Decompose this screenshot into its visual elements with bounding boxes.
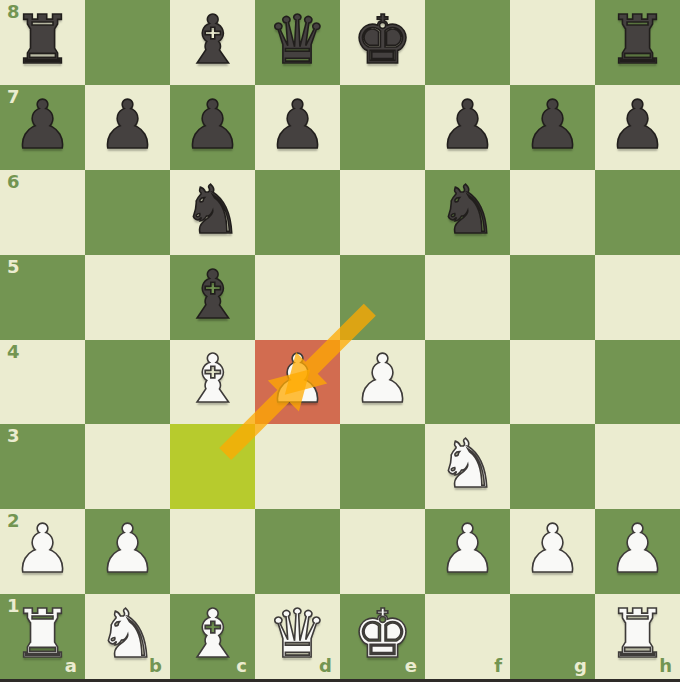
square-e8[interactable]: ♚	[340, 0, 425, 85]
rank-label-5: 5	[7, 258, 20, 276]
piece-white-rook[interactable]: ♜	[607, 601, 667, 668]
piece-white-rook[interactable]: ♜	[12, 601, 72, 668]
square-h2[interactable]: ♟	[595, 509, 680, 594]
square-g5[interactable]	[510, 255, 595, 340]
square-f7[interactable]: ♟	[425, 85, 510, 170]
square-c4[interactable]: ♝	[170, 340, 255, 425]
square-g3[interactable]	[510, 424, 595, 509]
square-a2[interactable]: 2♟	[0, 509, 85, 594]
piece-white-king[interactable]: ♚	[352, 601, 412, 668]
square-d5[interactable]	[255, 255, 340, 340]
piece-black-bishop[interactable]: ♝	[182, 7, 242, 74]
file-label-f: f	[494, 657, 502, 675]
piece-white-pawn[interactable]: ♟	[437, 516, 497, 583]
square-e1[interactable]: e♚	[340, 594, 425, 679]
piece-black-king[interactable]: ♚	[352, 7, 412, 74]
square-b6[interactable]	[85, 170, 170, 255]
piece-white-knight[interactable]: ♞	[97, 601, 157, 668]
square-c8[interactable]: ♝	[170, 0, 255, 85]
piece-black-knight[interactable]: ♞	[182, 177, 242, 244]
square-b5[interactable]	[85, 255, 170, 340]
square-h3[interactable]	[595, 424, 680, 509]
chessboard: 8♜♝♛♚♜7♟♟♟♟♟♟♟6♞♞5♝4♝♟♟3♞2♟♟♟♟♟1a♜b♞c♝d♛…	[0, 0, 680, 679]
square-c1[interactable]: c♝	[170, 594, 255, 679]
square-a5[interactable]: 5	[0, 255, 85, 340]
piece-black-pawn[interactable]: ♟	[12, 92, 72, 159]
square-e7[interactable]	[340, 85, 425, 170]
piece-black-pawn[interactable]: ♟	[97, 92, 157, 159]
file-label-g: g	[574, 657, 587, 675]
square-c6[interactable]: ♞	[170, 170, 255, 255]
piece-white-bishop[interactable]: ♝	[182, 601, 242, 668]
square-g8[interactable]	[510, 0, 595, 85]
square-g2[interactable]: ♟	[510, 509, 595, 594]
square-g1[interactable]: g	[510, 594, 595, 679]
square-d2[interactable]	[255, 509, 340, 594]
square-b4[interactable]	[85, 340, 170, 425]
rank-label-4: 4	[7, 343, 20, 361]
piece-white-pawn[interactable]: ♟	[97, 516, 157, 583]
piece-black-pawn[interactable]: ♟	[522, 92, 582, 159]
piece-black-queen[interactable]: ♛	[267, 7, 327, 74]
piece-black-pawn[interactable]: ♟	[437, 92, 497, 159]
square-d7[interactable]: ♟	[255, 85, 340, 170]
square-b7[interactable]: ♟	[85, 85, 170, 170]
square-c5[interactable]: ♝	[170, 255, 255, 340]
piece-white-queen[interactable]: ♛	[267, 601, 327, 668]
piece-white-pawn[interactable]: ♟	[12, 516, 72, 583]
piece-black-knight[interactable]: ♞	[437, 177, 497, 244]
square-b8[interactable]	[85, 0, 170, 85]
piece-white-pawn[interactable]: ♟	[267, 346, 327, 413]
piece-black-bishop[interactable]: ♝	[182, 262, 242, 329]
square-a6[interactable]: 6	[0, 170, 85, 255]
square-a1[interactable]: 1a♜	[0, 594, 85, 679]
square-g6[interactable]	[510, 170, 595, 255]
square-d3[interactable]	[255, 424, 340, 509]
square-e6[interactable]	[340, 170, 425, 255]
square-c3[interactable]	[170, 424, 255, 509]
square-f3[interactable]: ♞	[425, 424, 510, 509]
square-b3[interactable]	[85, 424, 170, 509]
square-c2[interactable]	[170, 509, 255, 594]
piece-white-bishop[interactable]: ♝	[182, 346, 242, 413]
piece-white-pawn[interactable]: ♟	[607, 516, 667, 583]
piece-white-knight[interactable]: ♞	[437, 431, 497, 498]
square-d6[interactable]	[255, 170, 340, 255]
square-h7[interactable]: ♟	[595, 85, 680, 170]
piece-white-pawn[interactable]: ♟	[352, 346, 412, 413]
square-d8[interactable]: ♛	[255, 0, 340, 85]
square-h8[interactable]: ♜	[595, 0, 680, 85]
piece-black-pawn[interactable]: ♟	[607, 92, 667, 159]
square-b2[interactable]: ♟	[85, 509, 170, 594]
square-c7[interactable]: ♟	[170, 85, 255, 170]
square-h6[interactable]	[595, 170, 680, 255]
square-e3[interactable]	[340, 424, 425, 509]
square-a7[interactable]: 7♟	[0, 85, 85, 170]
piece-black-rook[interactable]: ♜	[12, 7, 72, 74]
square-h4[interactable]	[595, 340, 680, 425]
square-h1[interactable]: h♜	[595, 594, 680, 679]
square-f6[interactable]: ♞	[425, 170, 510, 255]
square-h5[interactable]	[595, 255, 680, 340]
piece-black-pawn[interactable]: ♟	[182, 92, 242, 159]
square-a8[interactable]: 8♜	[0, 0, 85, 85]
square-a4[interactable]: 4	[0, 340, 85, 425]
square-f8[interactable]	[425, 0, 510, 85]
piece-black-pawn[interactable]: ♟	[267, 92, 327, 159]
square-f1[interactable]: f	[425, 594, 510, 679]
piece-black-rook[interactable]: ♜	[607, 7, 667, 74]
square-f2[interactable]: ♟	[425, 509, 510, 594]
square-b1[interactable]: b♞	[85, 594, 170, 679]
square-d4[interactable]: ♟	[255, 340, 340, 425]
square-e5[interactable]	[340, 255, 425, 340]
square-e4[interactable]: ♟	[340, 340, 425, 425]
rank-label-3: 3	[7, 427, 20, 445]
square-e2[interactable]	[340, 509, 425, 594]
square-f4[interactable]	[425, 340, 510, 425]
piece-white-pawn[interactable]: ♟	[522, 516, 582, 583]
square-a3[interactable]: 3	[0, 424, 85, 509]
square-g7[interactable]: ♟	[510, 85, 595, 170]
square-f5[interactable]	[425, 255, 510, 340]
square-g4[interactable]	[510, 340, 595, 425]
rank-label-6: 6	[7, 173, 20, 191]
square-d1[interactable]: d♛	[255, 594, 340, 679]
chessboard-app: 8♜♝♛♚♜7♟♟♟♟♟♟♟6♞♞5♝4♝♟♟3♞2♟♟♟♟♟1a♜b♞c♝d♛…	[0, 0, 680, 682]
